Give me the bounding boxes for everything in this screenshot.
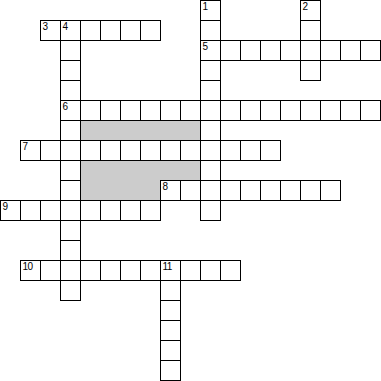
letter-cell[interactable] <box>340 40 361 61</box>
letter-cell[interactable] <box>100 20 121 41</box>
letter-cell[interactable] <box>280 180 301 201</box>
letter-cell[interactable] <box>160 360 181 381</box>
letter-cell[interactable] <box>40 140 61 161</box>
letter-cell[interactable] <box>200 100 221 121</box>
letter-cell[interactable] <box>160 280 181 301</box>
letter-cell[interactable]: 10 <box>20 260 41 281</box>
letter-cell[interactable] <box>220 100 241 121</box>
letter-cell[interactable] <box>360 40 381 61</box>
shaded-cell <box>140 160 161 181</box>
shaded-cell <box>120 120 141 141</box>
letter-cell[interactable]: 5 <box>200 40 221 61</box>
letter-cell[interactable] <box>60 180 81 201</box>
letter-cell[interactable] <box>140 140 161 161</box>
letter-cell[interactable] <box>200 120 221 141</box>
shaded-cell <box>80 160 101 181</box>
letter-cell[interactable]: 3 <box>40 20 61 41</box>
letter-cell[interactable] <box>140 100 161 121</box>
clue-number: 8 <box>163 181 168 192</box>
letter-cell[interactable] <box>120 200 141 221</box>
letter-cell[interactable] <box>320 180 341 201</box>
letter-cell[interactable] <box>180 140 201 161</box>
letter-cell[interactable] <box>260 100 281 121</box>
letter-cell[interactable] <box>160 340 181 361</box>
shaded-cell <box>100 160 121 181</box>
letter-cell[interactable] <box>220 140 241 161</box>
letter-cell[interactable]: 6 <box>60 100 81 121</box>
letter-cell[interactable] <box>180 100 201 121</box>
clue-number: 10 <box>23 261 33 272</box>
letter-cell[interactable] <box>200 80 221 101</box>
clue-number: 2 <box>303 1 308 12</box>
shaded-cell <box>180 120 201 141</box>
letter-cell[interactable] <box>60 120 81 141</box>
letter-cell[interactable] <box>140 20 161 41</box>
letter-cell[interactable] <box>200 260 221 281</box>
letter-cell[interactable] <box>360 100 381 121</box>
letter-cell[interactable]: 1 <box>200 0 221 21</box>
clue-number: 5 <box>203 41 208 52</box>
shaded-cell <box>120 160 141 181</box>
letter-cell[interactable] <box>280 100 301 121</box>
letter-cell[interactable] <box>300 60 321 81</box>
letter-cell[interactable] <box>220 180 241 201</box>
letter-cell[interactable] <box>320 100 341 121</box>
letter-cell[interactable]: 2 <box>300 0 321 21</box>
letter-cell[interactable] <box>80 100 101 121</box>
letter-cell[interactable] <box>240 180 261 201</box>
letter-cell[interactable] <box>120 100 141 121</box>
letter-cell[interactable] <box>140 260 161 281</box>
shaded-cell <box>140 120 161 141</box>
letter-cell[interactable]: 9 <box>0 200 21 221</box>
letter-cell[interactable] <box>260 180 281 201</box>
letter-cell[interactable] <box>200 60 221 81</box>
letter-cell[interactable] <box>20 200 41 221</box>
letter-cell[interactable] <box>240 140 261 161</box>
letter-cell[interactable]: 4 <box>60 20 81 41</box>
letter-cell[interactable] <box>200 140 221 161</box>
letter-cell[interactable] <box>200 160 221 181</box>
letter-cell[interactable]: 7 <box>20 140 41 161</box>
letter-cell[interactable] <box>180 260 201 281</box>
letter-cell[interactable] <box>220 40 241 61</box>
letter-cell[interactable] <box>300 180 321 201</box>
letter-cell[interactable] <box>260 40 281 61</box>
letter-cell[interactable] <box>160 140 181 161</box>
shaded-cell <box>140 180 161 201</box>
clue-number: 1 <box>203 1 208 12</box>
letter-cell[interactable] <box>60 240 81 261</box>
letter-cell[interactable] <box>60 220 81 241</box>
letter-cell[interactable] <box>220 260 241 281</box>
shaded-cell <box>100 180 121 201</box>
letter-cell[interactable] <box>300 100 321 121</box>
letter-cell[interactable] <box>240 100 261 121</box>
crossword-board: 1234567891011 <box>0 0 381 381</box>
letter-cell[interactable] <box>300 40 321 61</box>
letter-cell[interactable] <box>80 140 101 161</box>
clue-number: 4 <box>63 21 68 32</box>
letter-cell[interactable] <box>120 260 141 281</box>
letter-cell[interactable] <box>180 180 201 201</box>
letter-cell[interactable] <box>80 200 101 221</box>
letter-cell[interactable] <box>80 20 101 41</box>
letter-cell[interactable] <box>60 200 81 221</box>
shaded-cell <box>120 180 141 201</box>
letter-cell[interactable] <box>240 40 261 61</box>
letter-cell[interactable] <box>80 260 101 281</box>
letter-cell[interactable] <box>300 20 321 41</box>
shaded-cell <box>80 120 101 141</box>
letter-cell[interactable]: 8 <box>160 180 181 201</box>
letter-cell[interactable] <box>60 140 81 161</box>
letter-cell[interactable] <box>160 100 181 121</box>
letter-cell[interactable] <box>200 200 221 221</box>
letter-cell[interactable] <box>100 140 121 161</box>
clue-number: 7 <box>23 141 28 152</box>
letter-cell[interactable] <box>100 200 121 221</box>
letter-cell[interactable] <box>200 20 221 41</box>
letter-cell[interactable] <box>160 320 181 341</box>
letter-cell[interactable] <box>160 300 181 321</box>
shaded-cell <box>100 120 121 141</box>
clue-number: 6 <box>63 101 68 112</box>
letter-cell[interactable] <box>40 260 61 281</box>
letter-cell[interactable] <box>120 20 141 41</box>
clue-number: 9 <box>3 201 8 212</box>
letter-cell[interactable] <box>60 40 81 61</box>
shaded-cell <box>180 160 201 181</box>
letter-cell[interactable] <box>60 80 81 101</box>
shaded-cell <box>160 160 181 181</box>
letter-cell[interactable] <box>280 40 301 61</box>
clue-number: 11 <box>163 261 172 272</box>
letter-cell[interactable] <box>120 140 141 161</box>
letter-cell[interactable] <box>320 40 341 61</box>
letter-cell[interactable] <box>100 260 121 281</box>
letter-cell[interactable] <box>60 160 81 181</box>
letter-cell[interactable] <box>60 280 81 301</box>
letter-cell[interactable] <box>100 100 121 121</box>
shaded-cell <box>80 180 101 201</box>
clue-number: 3 <box>43 21 48 32</box>
letter-cell[interactable] <box>340 100 361 121</box>
letter-cell[interactable] <box>260 140 281 161</box>
letter-cell[interactable] <box>40 200 61 221</box>
letter-cell[interactable] <box>140 200 161 221</box>
letter-cell[interactable] <box>200 180 221 201</box>
letter-cell[interactable] <box>60 60 81 81</box>
letter-cell[interactable]: 11 <box>160 260 181 281</box>
shaded-cell <box>160 120 181 141</box>
letter-cell[interactable] <box>60 260 81 281</box>
